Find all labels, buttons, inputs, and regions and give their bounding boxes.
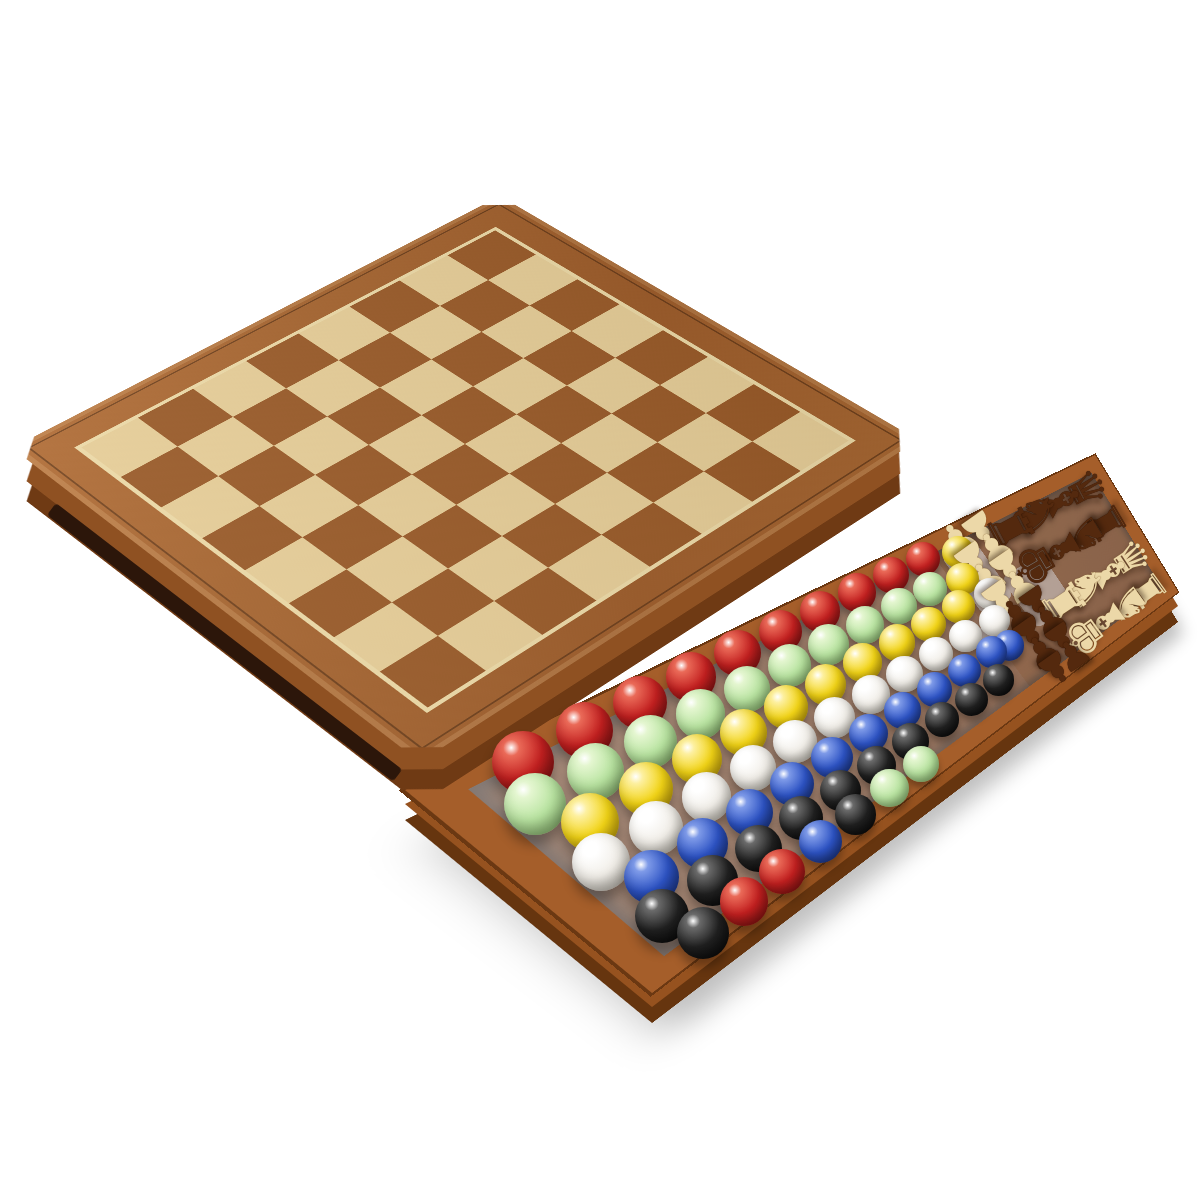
marble-white (682, 772, 732, 822)
marble-blue (976, 636, 1007, 667)
marble-green (846, 606, 884, 644)
marble-green (504, 773, 566, 835)
marble-black (677, 907, 729, 959)
marble-green (768, 644, 811, 687)
marble-yellow (879, 624, 915, 660)
marble-black (983, 664, 1014, 695)
marble-white (572, 833, 630, 891)
marble-red (720, 877, 769, 926)
marble-black (925, 702, 960, 737)
marble-green (567, 743, 624, 800)
marble-black (955, 683, 988, 716)
marble-red (906, 542, 940, 576)
marble-green (903, 746, 939, 782)
marble-yellow (942, 590, 975, 623)
marble-green (676, 689, 725, 738)
marble-green (624, 715, 677, 768)
marble-black (835, 794, 876, 835)
marble-yellow (911, 607, 946, 642)
marble-white (730, 745, 776, 791)
marble-green (724, 666, 770, 712)
marble-white (629, 801, 683, 855)
product-photo-scene: ♛♝♞♜♟♜♞♟♟♝♛♟♚♟♝♟♟♞♜♟♟♜♞♟♟♝♟♚♟♟♟♟ (0, 0, 1200, 1200)
marble-green (870, 769, 908, 807)
marble-blue (948, 654, 981, 687)
